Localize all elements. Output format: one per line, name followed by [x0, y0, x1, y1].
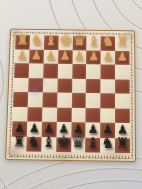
piece-white-pawn[interactable]: ♟: [16, 49, 27, 61]
square-b5[interactable]: [101, 93, 116, 108]
piece-black-rook[interactable]: ♜: [12, 134, 26, 149]
square-d2[interactable]: ♟: [72, 50, 87, 64]
piece-black-rook[interactable]: ♜: [116, 136, 129, 151]
square-c5[interactable]: [86, 93, 101, 108]
piece-black-bishop[interactable]: ♝: [42, 135, 56, 150]
piece-white-rook[interactable]: ♜: [116, 35, 129, 49]
piece-white-pawn[interactable]: ♟: [31, 50, 42, 62]
square-b3[interactable]: [101, 64, 115, 79]
piece-white-king[interactable]: ♚: [58, 33, 72, 48]
piece-black-knight[interactable]: ♞: [27, 135, 41, 150]
square-c6[interactable]: [86, 108, 101, 123]
square-f2[interactable]: ♟: [43, 49, 58, 63]
square-g6[interactable]: [27, 107, 42, 122]
square-f3[interactable]: [43, 64, 58, 79]
square-e8[interactable]: ♚: [56, 137, 71, 152]
board-surface: ♜♞♝♚♛♝♞♜♟♟♟♟♟♟♟♟♟♟♟♟♟♟♟♟♜♞♝♚♛♝♞♜: [5, 29, 136, 162]
square-h3[interactable]: [14, 63, 29, 78]
square-h5[interactable]: [13, 92, 28, 107]
piece-white-knight[interactable]: ♞: [102, 35, 115, 49]
square-d3[interactable]: [72, 64, 87, 79]
board-border-ornament-right: [130, 36, 133, 156]
square-g2[interactable]: ♟: [29, 49, 44, 63]
square-e4[interactable]: [57, 78, 72, 93]
piece-white-queen[interactable]: ♛: [72, 33, 86, 48]
piece-white-pawn[interactable]: ♟: [45, 50, 56, 62]
square-e5[interactable]: [57, 93, 72, 108]
square-h8[interactable]: ♜: [11, 136, 26, 151]
board-border-ornament-bottom: [11, 154, 130, 159]
square-f5[interactable]: [42, 92, 57, 107]
square-a5[interactable]: [115, 93, 130, 108]
quilted-fabric-background: ♜♞♝♚♛♝♞♜♟♟♟♟♟♟♟♟♟♟♟♟♟♟♟♟♜♞♝♚♛♝♞♜: [0, 0, 142, 189]
piece-black-queen[interactable]: ♛: [71, 134, 86, 150]
square-f8[interactable]: ♝: [41, 137, 56, 152]
piece-white-pawn[interactable]: ♟: [59, 50, 70, 62]
square-g8[interactable]: ♞: [26, 136, 41, 151]
square-a2[interactable]: ♟: [115, 50, 129, 64]
square-e6[interactable]: [56, 107, 71, 122]
square-d6[interactable]: [71, 107, 86, 122]
piece-white-pawn[interactable]: ♟: [88, 51, 99, 63]
quilt-stitch-arc: [0, 18, 4, 144]
square-g4[interactable]: [28, 78, 43, 93]
square-c4[interactable]: [86, 79, 101, 94]
square-e2[interactable]: ♟: [58, 50, 73, 64]
square-h4[interactable]: [14, 77, 29, 92]
square-b6[interactable]: [100, 108, 115, 123]
square-a4[interactable]: [115, 79, 130, 94]
square-d4[interactable]: [72, 78, 87, 93]
square-f6[interactable]: [42, 107, 57, 122]
piece-white-pawn[interactable]: ♟: [103, 51, 114, 63]
piece-black-king[interactable]: ♚: [56, 134, 71, 150]
piece-black-bishop[interactable]: ♝: [86, 136, 99, 151]
square-a8[interactable]: ♜: [115, 138, 130, 153]
square-f4[interactable]: [43, 78, 58, 93]
piece-black-knight[interactable]: ♞: [101, 136, 114, 151]
square-h2[interactable]: ♟: [15, 49, 30, 63]
square-b4[interactable]: [101, 79, 116, 94]
piece-white-rook[interactable]: ♜: [16, 33, 29, 47]
square-e3[interactable]: [57, 64, 72, 79]
square-a6[interactable]: [115, 108, 130, 123]
piece-white-bishop[interactable]: ♝: [87, 34, 100, 48]
piece-white-pawn[interactable]: ♟: [117, 51, 128, 63]
square-c8[interactable]: ♝: [85, 137, 100, 152]
square-g3[interactable]: [29, 63, 44, 78]
square-b2[interactable]: ♟: [101, 50, 115, 64]
square-d5[interactable]: [71, 93, 86, 108]
chess-board: ♜♞♝♚♛♝♞♜♟♟♟♟♟♟♟♟♟♟♟♟♟♟♟♟♜♞♝♚♛♝♞♜: [5, 29, 136, 162]
square-d8[interactable]: ♛: [71, 137, 86, 152]
square-h6[interactable]: [12, 106, 27, 121]
piece-white-bishop[interactable]: ♝: [44, 34, 57, 48]
square-g5[interactable]: [28, 92, 43, 107]
piece-white-knight[interactable]: ♞: [30, 34, 43, 48]
square-c2[interactable]: ♟: [86, 50, 100, 64]
square-c3[interactable]: [86, 64, 101, 79]
square-b8[interactable]: ♞: [100, 138, 115, 153]
square-a3[interactable]: [115, 65, 129, 80]
piece-white-pawn[interactable]: ♟: [74, 50, 85, 62]
board-grid: ♜♞♝♚♛♝♞♜♟♟♟♟♟♟♟♟♟♟♟♟♟♟♟♟♜♞♝♚♛♝♞♜: [11, 35, 130, 153]
